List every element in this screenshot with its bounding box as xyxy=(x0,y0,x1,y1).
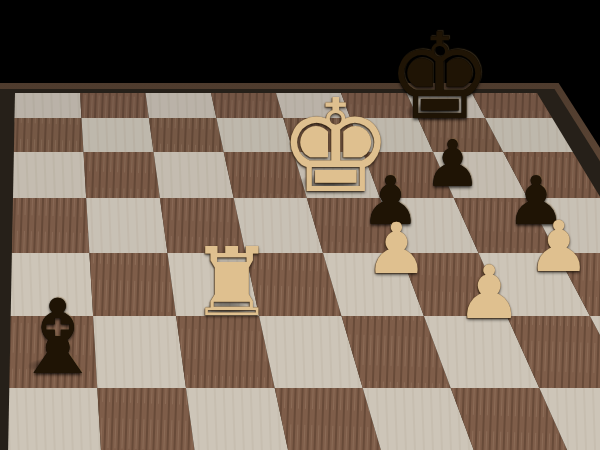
square-grain xyxy=(8,388,102,450)
piece-white-rook-c4[interactable]: ♜ xyxy=(190,235,275,329)
piece-white-pawn-f3[interactable]: ♟ xyxy=(456,256,522,330)
square-grain xyxy=(93,316,186,388)
chess-app-window: ♚♚♟♟♟♜♟♟♝♟ xyxy=(0,0,600,450)
square-grain xyxy=(186,388,292,450)
piece-black-king-g8[interactable]: ♚ xyxy=(386,18,492,137)
piece-white-pawn-e4[interactable]: ♟ xyxy=(365,214,428,284)
piece-black-bishop-a3[interactable]: ♝ xyxy=(11,286,103,389)
piece-white-pawn-g4[interactable]: ♟ xyxy=(528,212,591,282)
piece-black-pawn-f6[interactable]: ♟ xyxy=(424,132,482,196)
square-grain xyxy=(97,388,197,450)
